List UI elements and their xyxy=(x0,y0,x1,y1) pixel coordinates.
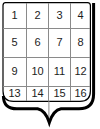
cell[interactable]: 2 xyxy=(27,3,49,29)
cell[interactable]: 9 xyxy=(3,58,27,87)
cell[interactable]: 5 xyxy=(3,29,27,58)
cell[interactable]: 13 xyxy=(3,87,27,102)
cell[interactable]: 3 xyxy=(49,3,71,29)
cell[interactable]: 7 xyxy=(49,29,71,58)
cell[interactable]: 4 xyxy=(71,3,90,29)
balloon-grid-diagram: 1 2 3 4 5 6 7 8 9 10 11 12 13 14 15 16 xyxy=(0,0,100,129)
cell[interactable]: 11 xyxy=(49,58,71,87)
cell[interactable]: 6 xyxy=(27,29,49,58)
cell[interactable]: 14 xyxy=(27,87,49,102)
number-grid: 1 2 3 4 5 6 7 8 9 10 11 12 13 14 15 16 xyxy=(3,3,90,101)
cell[interactable]: 16 xyxy=(71,87,90,102)
cell[interactable]: 8 xyxy=(71,29,90,58)
cell[interactable]: 10 xyxy=(27,58,49,87)
cell[interactable]: 1 xyxy=(3,3,27,29)
cell[interactable]: 15 xyxy=(49,87,71,102)
cell[interactable]: 12 xyxy=(71,58,90,87)
